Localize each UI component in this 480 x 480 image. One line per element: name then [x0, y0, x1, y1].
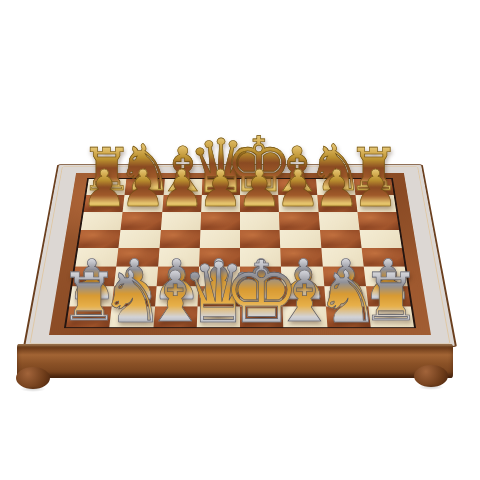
square-e8 [240, 179, 278, 195]
square-d7 [201, 195, 240, 212]
square-g7 [317, 195, 357, 212]
square-c4 [158, 248, 200, 267]
square-d8 [202, 179, 240, 195]
square-f4 [280, 248, 322, 267]
square-h1 [368, 306, 414, 327]
square-d5 [200, 230, 240, 248]
square-g4 [321, 248, 364, 267]
square-f6 [279, 212, 319, 230]
square-a2 [69, 286, 114, 306]
square-a7 [84, 195, 125, 212]
square-c7 [162, 195, 202, 212]
square-g8 [316, 179, 356, 195]
board-front-edge [17, 344, 453, 378]
square-h5 [359, 230, 402, 248]
square-a3 [72, 267, 116, 287]
square-a4 [75, 248, 118, 267]
square-c8 [163, 179, 202, 195]
square-d6 [200, 212, 240, 230]
square-h2 [366, 286, 411, 306]
square-a6 [81, 212, 123, 230]
square-b8 [125, 179, 165, 195]
square-c5 [159, 230, 200, 248]
square-h4 [361, 248, 404, 267]
square-d4 [199, 248, 240, 267]
chess-board [23, 164, 457, 347]
square-e7 [240, 195, 279, 212]
square-f8 [278, 179, 317, 195]
square-f1 [283, 306, 327, 327]
square-b5 [119, 230, 161, 248]
square-g3 [322, 267, 365, 287]
square-d3 [198, 267, 240, 287]
square-c1 [153, 306, 197, 327]
square-a1 [66, 306, 112, 327]
board-foot-left [16, 367, 50, 389]
square-b1 [110, 306, 155, 327]
square-b4 [116, 248, 159, 267]
square-d1 [197, 306, 240, 327]
square-a5 [78, 230, 121, 248]
square-b6 [121, 212, 162, 230]
square-h3 [364, 267, 408, 287]
square-c6 [160, 212, 200, 230]
square-g2 [324, 286, 368, 306]
square-h8 [353, 179, 393, 195]
square-f3 [281, 267, 324, 287]
square-b7 [123, 195, 163, 212]
square-f7 [278, 195, 318, 212]
board-frame [23, 164, 457, 347]
square-g5 [320, 230, 362, 248]
square-f5 [280, 230, 321, 248]
square-d2 [197, 286, 240, 306]
square-e2 [240, 286, 283, 306]
square-g6 [318, 212, 359, 230]
square-b2 [112, 286, 156, 306]
square-f2 [282, 286, 325, 306]
square-c3 [156, 267, 199, 287]
square-b3 [114, 267, 157, 287]
square-e6 [240, 212, 280, 230]
square-e5 [240, 230, 280, 248]
board-grid [66, 179, 414, 328]
product-photo: ♜♞♝♛♚♝♞♜♟♟♟♟♟♟♟♟♟♟♟♟♟♟♟♟♜♞♝♛♚♝♞♜ [0, 0, 480, 480]
square-c2 [155, 286, 198, 306]
square-e1 [240, 306, 283, 327]
square-e4 [240, 248, 281, 267]
board-foot-right [414, 365, 448, 387]
square-a8 [86, 179, 126, 195]
square-g1 [325, 306, 370, 327]
square-h7 [355, 195, 396, 212]
board-burl-field [49, 173, 431, 335]
square-h6 [357, 212, 399, 230]
square-e3 [240, 267, 282, 287]
